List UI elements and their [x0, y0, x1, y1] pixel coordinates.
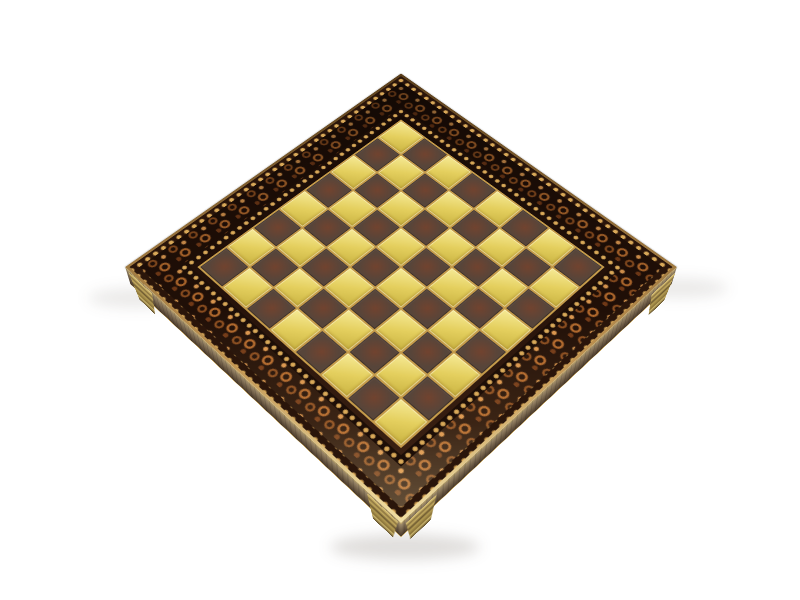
square-d3 [326, 268, 374, 307]
square-f4 [402, 289, 451, 329]
square-g6 [479, 268, 527, 307]
square-h5 [481, 310, 531, 351]
square-h3 [429, 353, 480, 396]
square-g1 [348, 376, 400, 421]
square-h4 [456, 331, 506, 373]
square-h1 [375, 399, 427, 445]
square-c2 [274, 268, 322, 307]
square-d1 [271, 310, 321, 351]
square-e3 [351, 289, 400, 329]
square-b1 [223, 268, 271, 307]
board-top-face [125, 74, 677, 523]
square-f5 [428, 268, 476, 307]
square-h7 [530, 268, 578, 307]
square-e2 [324, 310, 374, 351]
square-e1 [296, 331, 346, 373]
square-h6 [506, 289, 555, 329]
square-g5 [454, 289, 503, 329]
bottom-foot-shadow [330, 534, 480, 560]
photo-scene [0, 0, 800, 600]
square-g4 [429, 310, 479, 351]
square-f1 [322, 353, 373, 396]
chessboard-3d [125, 74, 677, 523]
square-f3 [376, 310, 426, 351]
square-c1 [247, 289, 296, 329]
chessboard-wrapper [206, 72, 596, 462]
square-f2 [349, 331, 399, 373]
square-h2 [403, 376, 455, 421]
square-e4 [377, 268, 425, 307]
square-g3 [402, 331, 452, 373]
square-g2 [376, 353, 427, 396]
square-d2 [299, 289, 348, 329]
